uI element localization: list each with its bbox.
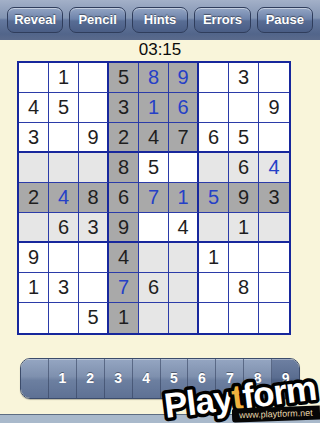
- cell-r9c6[interactable]: [169, 303, 199, 333]
- cell-r3c9[interactable]: [259, 123, 289, 153]
- cell-r6c1[interactable]: [19, 213, 49, 243]
- cell-r4c5[interactable]: 5: [139, 153, 169, 183]
- digit-key-9[interactable]: 9: [272, 359, 299, 398]
- cell-r1c2[interactable]: 1: [49, 63, 79, 93]
- toolbar: RevealPencilHintsErrorsPause: [0, 0, 320, 40]
- cell-r4c4[interactable]: 8: [109, 153, 139, 183]
- cell-r9c7[interactable]: [199, 303, 229, 333]
- cell-r8c9[interactable]: [259, 273, 289, 303]
- cell-r4c8[interactable]: 6: [229, 153, 259, 183]
- cell-r1c1[interactable]: [19, 63, 49, 93]
- cell-r9c3[interactable]: 5: [79, 303, 109, 333]
- cell-r1c9[interactable]: [259, 63, 289, 93]
- cell-r1c4[interactable]: 5: [109, 63, 139, 93]
- digit-key-1[interactable]: 1: [49, 359, 77, 398]
- cell-r5c2[interactable]: 4: [49, 183, 79, 213]
- cell-r9c2[interactable]: [49, 303, 79, 333]
- digit-key-2[interactable]: 2: [77, 359, 105, 398]
- digit-key-5[interactable]: 5: [161, 359, 189, 398]
- cell-r6c3[interactable]: 3: [79, 213, 109, 243]
- cell-r6c4[interactable]: 9: [109, 213, 139, 243]
- cell-r5c8[interactable]: 9: [229, 183, 259, 213]
- cell-r7c3[interactable]: [79, 243, 109, 273]
- sudoku-board: 1589345316939247658564248671593639419411…: [17, 61, 291, 335]
- cell-r3c5[interactable]: 4: [139, 123, 169, 153]
- cell-r6c9[interactable]: [259, 213, 289, 243]
- cell-r5c6[interactable]: 1: [169, 183, 199, 213]
- cell-r6c6[interactable]: 4: [169, 213, 199, 243]
- cell-r4c3[interactable]: [79, 153, 109, 183]
- erase-key[interactable]: [21, 359, 49, 398]
- cell-r4c9[interactable]: 4: [259, 153, 289, 183]
- cell-r7c2[interactable]: [49, 243, 79, 273]
- number-input-bar: 123456789: [20, 358, 300, 399]
- cell-r3c1[interactable]: 3: [19, 123, 49, 153]
- cell-r5c1[interactable]: 2: [19, 183, 49, 213]
- cell-r2c6[interactable]: 6: [169, 93, 199, 123]
- cell-r9c1[interactable]: [19, 303, 49, 333]
- digit-key-4[interactable]: 4: [133, 359, 161, 398]
- toolbar-button-reveal[interactable]: Reveal: [7, 7, 63, 33]
- cell-r4c6[interactable]: [169, 153, 199, 183]
- cell-r8c5[interactable]: 6: [139, 273, 169, 303]
- cell-r2c7[interactable]: [199, 93, 229, 123]
- cell-r5c9[interactable]: 3: [259, 183, 289, 213]
- cell-r3c8[interactable]: 5: [229, 123, 259, 153]
- cell-r8c2[interactable]: 3: [49, 273, 79, 303]
- cell-r2c5[interactable]: 1: [139, 93, 169, 123]
- digit-key-7[interactable]: 7: [216, 359, 244, 398]
- cell-r9c9[interactable]: [259, 303, 289, 333]
- cell-r4c2[interactable]: [49, 153, 79, 183]
- toolbar-button-errors[interactable]: Errors: [194, 7, 250, 33]
- cell-r1c6[interactable]: 9: [169, 63, 199, 93]
- digit-key-3[interactable]: 3: [105, 359, 133, 398]
- cell-r3c2[interactable]: [49, 123, 79, 153]
- cell-r4c7[interactable]: [199, 153, 229, 183]
- cell-r5c7[interactable]: 5: [199, 183, 229, 213]
- cell-r3c6[interactable]: 7: [169, 123, 199, 153]
- cell-r8c3[interactable]: [79, 273, 109, 303]
- cell-r2c2[interactable]: 5: [49, 93, 79, 123]
- cell-r1c8[interactable]: 3: [229, 63, 259, 93]
- toolbar-button-hints[interactable]: Hints: [132, 7, 188, 33]
- sudoku-grid: 1589345316939247658564248671593639419411…: [19, 63, 289, 333]
- cell-r1c7[interactable]: [199, 63, 229, 93]
- bottom-toolbar-strip: [0, 414, 320, 423]
- cell-r7c9[interactable]: [259, 243, 289, 273]
- cell-r5c4[interactable]: 6: [109, 183, 139, 213]
- cell-r7c7[interactable]: 1: [199, 243, 229, 273]
- cell-r3c7[interactable]: 6: [199, 123, 229, 153]
- sudoku-app: RevealPencilHintsErrorsPause 03:15 15893…: [0, 0, 320, 423]
- cell-r1c5[interactable]: 8: [139, 63, 169, 93]
- cell-r3c4[interactable]: 2: [109, 123, 139, 153]
- digit-key-6[interactable]: 6: [188, 359, 216, 398]
- cell-r8c8[interactable]: 8: [229, 273, 259, 303]
- cell-r9c8[interactable]: [229, 303, 259, 333]
- cell-r6c7[interactable]: [199, 213, 229, 243]
- cell-r7c8[interactable]: [229, 243, 259, 273]
- cell-r2c3[interactable]: [79, 93, 109, 123]
- cell-r2c1[interactable]: 4: [19, 93, 49, 123]
- cell-r2c9[interactable]: 9: [259, 93, 289, 123]
- cell-r6c8[interactable]: 1: [229, 213, 259, 243]
- cell-r8c6[interactable]: [169, 273, 199, 303]
- cell-r9c5[interactable]: [139, 303, 169, 333]
- cell-r2c4[interactable]: 3: [109, 93, 139, 123]
- cell-r7c4[interactable]: 4: [109, 243, 139, 273]
- cell-r4c1[interactable]: [19, 153, 49, 183]
- cell-r5c5[interactable]: 7: [139, 183, 169, 213]
- toolbar-button-pencil[interactable]: Pencil: [69, 7, 125, 33]
- cell-r6c2[interactable]: 6: [49, 213, 79, 243]
- timer-display: 03:15: [0, 40, 320, 60]
- cell-r7c5[interactable]: [139, 243, 169, 273]
- toolbar-button-pause[interactable]: Pause: [257, 7, 313, 33]
- cell-r3c3[interactable]: 9: [79, 123, 109, 153]
- cell-r7c6[interactable]: [169, 243, 199, 273]
- digit-key-8[interactable]: 8: [244, 359, 272, 398]
- cell-r9c4[interactable]: 1: [109, 303, 139, 333]
- cell-r5c3[interactable]: 8: [79, 183, 109, 213]
- cell-r8c1[interactable]: 1: [19, 273, 49, 303]
- cell-r1c3[interactable]: [79, 63, 109, 93]
- cell-r8c7[interactable]: [199, 273, 229, 303]
- cell-r6c5[interactable]: [139, 213, 169, 243]
- cell-r8c4[interactable]: 7: [109, 273, 139, 303]
- cell-r7c1[interactable]: 9: [19, 243, 49, 273]
- cell-r2c8[interactable]: [229, 93, 259, 123]
